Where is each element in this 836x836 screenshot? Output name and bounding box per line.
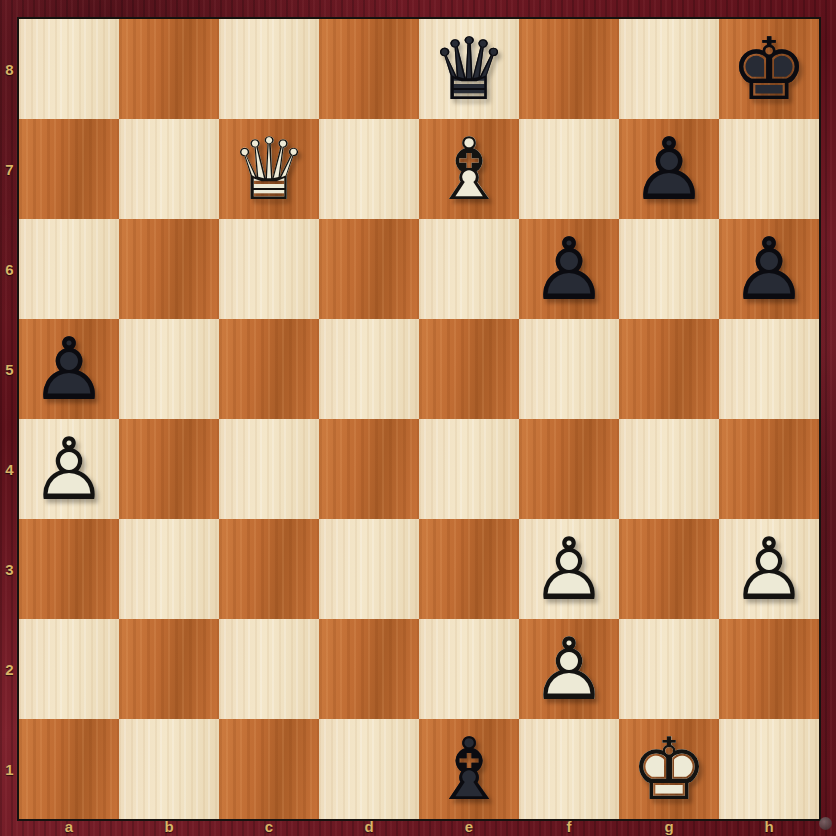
- square-g8[interactable]: [619, 19, 719, 119]
- square-h3[interactable]: ♟♙: [719, 519, 819, 619]
- square-d5[interactable]: [319, 319, 419, 419]
- black-bishop-outline: ♗: [419, 719, 519, 819]
- square-a3[interactable]: [19, 519, 119, 619]
- square-b6[interactable]: [119, 219, 219, 319]
- square-a1[interactable]: [19, 719, 119, 819]
- square-c5[interactable]: [219, 319, 319, 419]
- square-e1[interactable]: ♝♗: [419, 719, 519, 819]
- square-f5[interactable]: [519, 319, 619, 419]
- file-label-d: d: [319, 817, 419, 836]
- square-g7[interactable]: ♟♙: [619, 119, 719, 219]
- black-pawn-outline: ♙: [719, 219, 819, 319]
- square-c3[interactable]: [219, 519, 319, 619]
- square-b7[interactable]: [119, 119, 219, 219]
- black-pawn-outline: ♙: [19, 319, 119, 419]
- rank-label-2: 2: [0, 619, 19, 719]
- white-bishop[interactable]: ♝♗: [419, 119, 519, 219]
- file-label-e: e: [419, 817, 519, 836]
- black-pawn[interactable]: ♟♙: [619, 119, 719, 219]
- black-pawn[interactable]: ♟♙: [19, 319, 119, 419]
- white-pawn-outline: ♙: [519, 619, 619, 719]
- square-h2[interactable]: [719, 619, 819, 719]
- square-c4[interactable]: [219, 419, 319, 519]
- file-label-a: a: [19, 817, 119, 836]
- white-queen[interactable]: ♛♕: [219, 119, 319, 219]
- white-pawn[interactable]: ♟♙: [19, 419, 119, 519]
- square-f7[interactable]: [519, 119, 619, 219]
- rank-label-5: 5: [0, 319, 19, 419]
- square-a2[interactable]: [19, 619, 119, 719]
- square-a8[interactable]: [19, 19, 119, 119]
- square-f4[interactable]: [519, 419, 619, 519]
- square-b3[interactable]: [119, 519, 219, 619]
- square-d1[interactable]: [319, 719, 419, 819]
- file-label-h: h: [719, 817, 819, 836]
- black-pawn[interactable]: ♟♙: [719, 219, 819, 319]
- square-f1[interactable]: [519, 719, 619, 819]
- white-pawn-outline: ♙: [719, 519, 819, 619]
- square-a5[interactable]: ♟♙: [19, 319, 119, 419]
- file-label-b: b: [119, 817, 219, 836]
- square-g2[interactable]: [619, 619, 719, 719]
- square-f2[interactable]: ♟♙: [519, 619, 619, 719]
- black-king[interactable]: ♚♔: [719, 19, 819, 119]
- white-pawn-outline: ♙: [19, 419, 119, 519]
- square-d8[interactable]: [319, 19, 419, 119]
- square-e3[interactable]: [419, 519, 519, 619]
- square-h8[interactable]: ♚♔: [719, 19, 819, 119]
- square-h7[interactable]: [719, 119, 819, 219]
- square-d6[interactable]: [319, 219, 419, 319]
- square-g5[interactable]: [619, 319, 719, 419]
- rank-label-4: 4: [0, 419, 19, 519]
- square-c1[interactable]: [219, 719, 319, 819]
- square-e8[interactable]: ♛♕: [419, 19, 519, 119]
- rank-label-3: 3: [0, 519, 19, 619]
- square-g3[interactable]: [619, 519, 719, 619]
- file-label-c: c: [219, 817, 319, 836]
- square-a6[interactable]: [19, 219, 119, 319]
- white-king[interactable]: ♚♔: [619, 719, 719, 819]
- black-pawn[interactable]: ♟♙: [519, 219, 619, 319]
- square-e5[interactable]: [419, 319, 519, 419]
- square-d4[interactable]: [319, 419, 419, 519]
- square-b1[interactable]: [119, 719, 219, 819]
- resize-grip-dot[interactable]: [819, 817, 832, 830]
- square-d7[interactable]: [319, 119, 419, 219]
- square-h4[interactable]: [719, 419, 819, 519]
- square-a4[interactable]: ♟♙: [19, 419, 119, 519]
- square-f3[interactable]: ♟♙: [519, 519, 619, 619]
- square-c7[interactable]: ♛♕: [219, 119, 319, 219]
- rank-label-6: 6: [0, 219, 19, 319]
- square-e4[interactable]: [419, 419, 519, 519]
- square-g1[interactable]: ♚♔: [619, 719, 719, 819]
- square-h5[interactable]: [719, 319, 819, 419]
- square-d2[interactable]: [319, 619, 419, 719]
- square-d3[interactable]: [319, 519, 419, 619]
- square-h6[interactable]: ♟♙: [719, 219, 819, 319]
- white-pawn[interactable]: ♟♙: [719, 519, 819, 619]
- white-bishop-outline: ♗: [419, 119, 519, 219]
- square-a7[interactable]: [19, 119, 119, 219]
- white-pawn-outline: ♙: [519, 519, 619, 619]
- square-h1[interactable]: [719, 719, 819, 819]
- white-pawn[interactable]: ♟♙: [519, 519, 619, 619]
- black-pawn-outline: ♙: [619, 119, 719, 219]
- square-f6[interactable]: ♟♙: [519, 219, 619, 319]
- black-queen-outline: ♕: [419, 19, 519, 119]
- white-queen-outline: ♕: [219, 119, 319, 219]
- rank-label-1: 1: [0, 719, 19, 819]
- square-c6[interactable]: [219, 219, 319, 319]
- square-b8[interactable]: [119, 19, 219, 119]
- file-labels: abcdefgh: [19, 817, 819, 836]
- square-e7[interactable]: ♝♗: [419, 119, 519, 219]
- white-king-outline: ♔: [619, 719, 719, 819]
- rank-labels: 87654321: [0, 19, 19, 819]
- black-queen[interactable]: ♛♕: [419, 19, 519, 119]
- board-frame: 87654321 abcdefgh ♛♕♚♔♛♕♝♗♟♙♟♙♟♙♟♙♟♙♟♙♟♙…: [0, 0, 836, 836]
- square-c8[interactable]: [219, 19, 319, 119]
- square-b4[interactable]: [119, 419, 219, 519]
- square-e2[interactable]: [419, 619, 519, 719]
- square-g4[interactable]: [619, 419, 719, 519]
- square-c2[interactable]: [219, 619, 319, 719]
- square-f8[interactable]: [519, 19, 619, 119]
- rank-label-8: 8: [0, 19, 19, 119]
- white-pawn[interactable]: ♟♙: [519, 619, 619, 719]
- rank-label-7: 7: [0, 119, 19, 219]
- square-b2[interactable]: [119, 619, 219, 719]
- black-king-outline: ♔: [719, 19, 819, 119]
- black-pawn-outline: ♙: [519, 219, 619, 319]
- chess-board: ♛♕♚♔♛♕♝♗♟♙♟♙♟♙♟♙♟♙♟♙♟♙♟♙♝♗♚♔: [19, 19, 819, 819]
- square-e6[interactable]: [419, 219, 519, 319]
- file-label-f: f: [519, 817, 619, 836]
- black-bishop[interactable]: ♝♗: [419, 719, 519, 819]
- file-label-g: g: [619, 817, 719, 836]
- square-b5[interactable]: [119, 319, 219, 419]
- square-g6[interactable]: [619, 219, 719, 319]
